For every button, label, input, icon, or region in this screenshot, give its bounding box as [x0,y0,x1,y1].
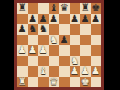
white-pawn-c4[interactable]: ♟ [39,45,48,56]
square-e8[interactable]: ♛ [59,3,70,14]
square-d5[interactable]: ♞ [49,35,60,46]
black-knight-c6[interactable]: ♞ [39,24,48,35]
square-b2[interactable] [28,66,39,77]
square-g4[interactable] [80,45,91,56]
square-b3[interactable] [28,56,39,67]
black-pawn-c7[interactable]: ♟ [39,14,48,25]
square-f8[interactable] [70,3,81,14]
square-h5[interactable] [91,35,102,46]
square-h4[interactable] [91,45,102,56]
chess-board-frame: ♜♝♛♜♚♟♟♟♟♟♟♟♞♞♞♟♟♟♟♞♝♟♟♟♜♛♚ [14,0,104,90]
black-king-h8[interactable]: ♚ [91,3,100,14]
white-pawn-g2[interactable]: ♟ [81,66,90,77]
white-pawn-f2[interactable]: ♟ [70,66,79,77]
square-g5[interactable] [80,35,91,46]
square-g2[interactable]: ♟ [80,66,91,77]
square-h8[interactable]: ♚ [91,3,102,14]
square-b6[interactable]: ♞ [28,24,39,35]
square-d4[interactable] [49,45,60,56]
square-e3[interactable] [59,56,70,67]
white-queen-d1[interactable]: ♛ [49,77,58,88]
square-d1[interactable]: ♛ [49,77,60,88]
square-f7[interactable]: ♟ [70,14,81,25]
black-queen-e8[interactable]: ♛ [60,3,69,14]
square-a1[interactable]: ♜ [17,77,28,88]
square-a3[interactable] [17,56,28,67]
square-b5[interactable] [28,35,39,46]
black-pawn-a6[interactable]: ♟ [18,24,27,35]
square-f6[interactable] [70,24,81,35]
square-c7[interactable]: ♟ [38,14,49,25]
square-g6[interactable] [80,24,91,35]
square-a7[interactable] [17,14,28,25]
square-e7[interactable] [59,14,70,25]
square-b8[interactable] [28,3,39,14]
square-f5[interactable] [70,35,81,46]
square-a5[interactable] [17,35,28,46]
square-h1[interactable] [91,77,102,88]
white-rook-a1[interactable]: ♜ [18,77,27,88]
square-g1[interactable]: ♚ [80,77,91,88]
black-pawn-d7[interactable]: ♟ [49,14,58,25]
square-d2[interactable] [49,66,60,77]
black-pawn-e5[interactable]: ♟ [60,35,69,46]
white-bishop-c2[interactable]: ♝ [39,66,48,77]
chess-board: ♜♝♛♜♚♟♟♟♟♟♟♟♞♞♞♟♟♟♟♞♝♟♟♟♜♛♚ [17,3,101,87]
white-knight-f3[interactable]: ♞ [70,56,79,67]
square-a8[interactable]: ♜ [17,3,28,14]
square-d3[interactable] [49,56,60,67]
square-b4[interactable]: ♟ [28,45,39,56]
white-pawn-h2[interactable]: ♟ [91,66,100,77]
square-h6[interactable] [91,24,102,35]
black-pawn-g7[interactable]: ♟ [81,14,90,25]
square-g8[interactable]: ♜ [80,3,91,14]
letterbox-background: ♜♝♛♜♚♟♟♟♟♟♟♟♞♞♞♟♟♟♟♞♝♟♟♟♜♛♚ [0,0,120,90]
white-pawn-a4[interactable]: ♟ [18,45,27,56]
square-f2[interactable]: ♟ [70,66,81,77]
black-rook-a8[interactable]: ♜ [18,3,27,14]
black-knight-b6[interactable]: ♞ [28,24,37,35]
square-b7[interactable]: ♟ [28,14,39,25]
square-d8[interactable]: ♝ [49,3,60,14]
square-f4[interactable] [70,45,81,56]
black-pawn-h7[interactable]: ♟ [91,14,100,25]
square-e6[interactable] [59,24,70,35]
black-pawn-f7[interactable]: ♟ [70,14,79,25]
square-g7[interactable]: ♟ [80,14,91,25]
square-e4[interactable] [59,45,70,56]
square-c5[interactable] [38,35,49,46]
square-f3[interactable]: ♞ [70,56,81,67]
black-bishop-d8[interactable]: ♝ [49,3,58,14]
square-e2[interactable] [59,66,70,77]
black-pawn-b7[interactable]: ♟ [28,14,37,25]
square-h7[interactable]: ♟ [91,14,102,25]
square-a4[interactable]: ♟ [17,45,28,56]
white-pawn-b4[interactable]: ♟ [28,45,37,56]
square-d6[interactable] [49,24,60,35]
square-c4[interactable]: ♟ [38,45,49,56]
black-rook-g8[interactable]: ♜ [81,3,90,14]
square-a6[interactable]: ♟ [17,24,28,35]
square-b1[interactable] [28,77,39,88]
square-c2[interactable]: ♝ [38,66,49,77]
square-c8[interactable] [38,3,49,14]
square-e1[interactable] [59,77,70,88]
square-g3[interactable] [80,56,91,67]
white-knight-d5[interactable]: ♞ [49,35,58,46]
square-c1[interactable] [38,77,49,88]
square-e5[interactable]: ♟ [59,35,70,46]
square-c6[interactable]: ♞ [38,24,49,35]
square-c3[interactable] [38,56,49,67]
square-a2[interactable] [17,66,28,77]
square-f1[interactable] [70,77,81,88]
square-h2[interactable]: ♟ [91,66,102,77]
square-d7[interactable]: ♟ [49,14,60,25]
white-king-g1[interactable]: ♚ [81,77,90,88]
square-h3[interactable] [91,56,102,67]
